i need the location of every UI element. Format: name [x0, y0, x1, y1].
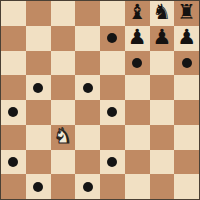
square-h7[interactable]: ♟: [174, 26, 199, 51]
square-a5[interactable]: [1, 75, 26, 100]
square-a3[interactable]: [1, 125, 26, 150]
square-e3[interactable]: [100, 125, 125, 150]
square-b3[interactable]: [26, 125, 51, 150]
square-h3[interactable]: [174, 125, 199, 150]
black-bishop[interactable]: ♝: [128, 2, 147, 23]
move-dot-d1[interactable]: [83, 182, 93, 192]
square-b8[interactable]: [26, 1, 51, 26]
square-g3[interactable]: [150, 125, 175, 150]
square-g5[interactable]: [150, 75, 175, 100]
square-d7[interactable]: [75, 26, 100, 51]
square-e2[interactable]: [100, 150, 125, 175]
square-d6[interactable]: [75, 51, 100, 76]
square-g4[interactable]: [150, 100, 175, 125]
move-dot-e2[interactable]: [107, 157, 117, 167]
square-g2[interactable]: [150, 150, 175, 175]
move-dot-e7[interactable]: [107, 33, 117, 43]
square-a6[interactable]: [1, 51, 26, 76]
square-d2[interactable]: [75, 150, 100, 175]
square-d5[interactable]: [75, 75, 100, 100]
square-c6[interactable]: [51, 51, 76, 76]
square-c3[interactable]: ♞: [51, 125, 76, 150]
square-b7[interactable]: [26, 26, 51, 51]
square-h2[interactable]: [174, 150, 199, 175]
square-f1[interactable]: [125, 174, 150, 199]
square-e8[interactable]: [100, 1, 125, 26]
square-g8[interactable]: ♞: [150, 1, 175, 26]
move-dot-f6[interactable]: [132, 58, 142, 68]
square-a7[interactable]: [1, 26, 26, 51]
square-c8[interactable]: [51, 1, 76, 26]
square-h5[interactable]: [174, 75, 199, 100]
square-b5[interactable]: [26, 75, 51, 100]
square-g7[interactable]: ♟: [150, 26, 175, 51]
square-h4[interactable]: [174, 100, 199, 125]
square-b1[interactable]: [26, 174, 51, 199]
square-c4[interactable]: [51, 100, 76, 125]
square-f8[interactable]: ♝: [125, 1, 150, 26]
black-pawn[interactable]: ♟: [152, 27, 171, 48]
move-dot-a2[interactable]: [8, 157, 18, 167]
square-e6[interactable]: [100, 51, 125, 76]
square-d1[interactable]: [75, 174, 100, 199]
square-b4[interactable]: [26, 100, 51, 125]
square-d4[interactable]: [75, 100, 100, 125]
square-g6[interactable]: [150, 51, 175, 76]
square-e4[interactable]: [100, 100, 125, 125]
square-f4[interactable]: [125, 100, 150, 125]
square-e7[interactable]: [100, 26, 125, 51]
square-h6[interactable]: [174, 51, 199, 76]
square-c7[interactable]: [51, 26, 76, 51]
square-f5[interactable]: [125, 75, 150, 100]
square-a4[interactable]: [1, 100, 26, 125]
square-a1[interactable]: [1, 174, 26, 199]
move-dot-d5[interactable]: [83, 83, 93, 93]
square-c2[interactable]: [51, 150, 76, 175]
square-h8[interactable]: ♜: [174, 1, 199, 26]
square-e1[interactable]: [100, 174, 125, 199]
black-rook[interactable]: ♜: [177, 2, 196, 23]
square-c5[interactable]: [51, 75, 76, 100]
black-pawn[interactable]: ♟: [177, 27, 196, 48]
square-c1[interactable]: [51, 174, 76, 199]
square-a2[interactable]: [1, 150, 26, 175]
black-pawn[interactable]: ♟: [128, 27, 147, 48]
square-d3[interactable]: [75, 125, 100, 150]
square-g1[interactable]: [150, 174, 175, 199]
square-a8[interactable]: [1, 1, 26, 26]
square-h1[interactable]: [174, 174, 199, 199]
chess-board: ♝♞♜♟♟♟♞: [0, 0, 200, 200]
move-dot-b5[interactable]: [33, 83, 43, 93]
square-b6[interactable]: [26, 51, 51, 76]
square-d8[interactable]: [75, 1, 100, 26]
square-f7[interactable]: ♟: [125, 26, 150, 51]
square-b2[interactable]: [26, 150, 51, 175]
black-knight[interactable]: ♞: [152, 2, 171, 23]
move-dot-h6[interactable]: [182, 58, 192, 68]
square-e5[interactable]: [100, 75, 125, 100]
square-f6[interactable]: [125, 51, 150, 76]
white-knight[interactable]: ♞: [53, 126, 72, 147]
move-dot-a4[interactable]: [8, 107, 18, 117]
square-f3[interactable]: [125, 125, 150, 150]
move-dot-e4[interactable]: [107, 107, 117, 117]
move-dot-b1[interactable]: [33, 182, 43, 192]
square-f2[interactable]: [125, 150, 150, 175]
